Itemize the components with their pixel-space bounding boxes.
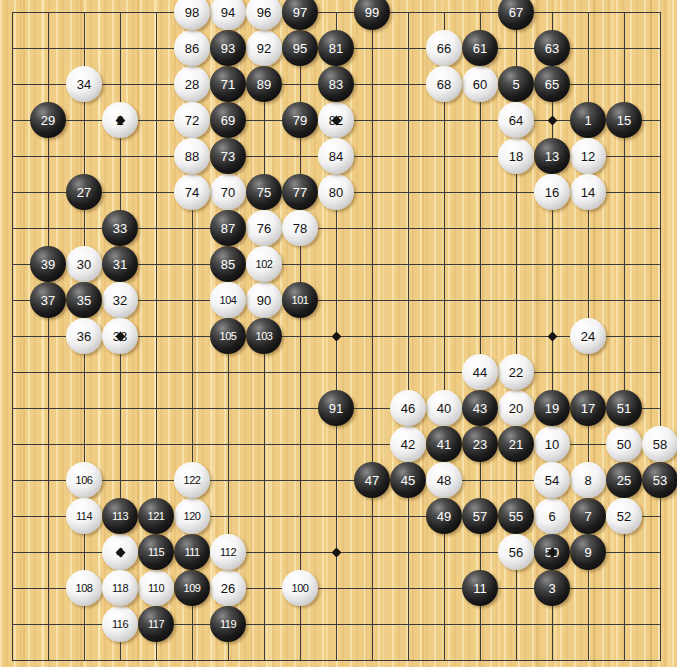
stone-move-105: 105 (210, 318, 246, 354)
stone-move-15: 15 (606, 102, 642, 138)
stone-move-69: 69 (210, 102, 246, 138)
stone-move-25: 25 (606, 462, 642, 498)
stone-move-5: 5 (498, 66, 534, 102)
stone-move-52: 52 (606, 498, 642, 534)
stone-move-93: 93 (210, 30, 246, 66)
stone-move-79: 79 (282, 102, 318, 138)
stone-move-73: 73 (210, 138, 246, 174)
stone-move-99: 99 (354, 0, 390, 30)
stone-move-16: 16 (534, 174, 570, 210)
stone-move-17: 17 (570, 390, 606, 426)
stone-move-18: 18 (498, 138, 534, 174)
stone-move-9: 9 (570, 534, 606, 570)
stone-move-44: 44 (462, 354, 498, 390)
stone-move-114: 114 (66, 498, 102, 534)
stone-move-90: 90 (246, 282, 282, 318)
stone-move-67: 67 (498, 0, 534, 30)
stone-move-46: 46 (390, 390, 426, 426)
stone-move-112: 112 (210, 534, 246, 570)
stone-move-100: 100 (282, 570, 318, 606)
stone-move-60: 60 (462, 66, 498, 102)
stone-move-101: 101 (282, 282, 318, 318)
stone-move-77: 77 (282, 174, 318, 210)
star-point (547, 115, 557, 125)
stone-move-113: 113 (102, 498, 138, 534)
stone-move-63: 63 (534, 30, 570, 66)
stone-move-118: 118 (102, 570, 138, 606)
stone-move-23: 23 (462, 426, 498, 462)
stone-move-20: 20 (498, 390, 534, 426)
stone-move-58: 58 (642, 426, 677, 462)
stone-move-66: 66 (426, 30, 462, 66)
stone-move-8: 8 (570, 462, 606, 498)
stone-move-53: 53 (642, 462, 677, 498)
stone-move-92: 92 (246, 30, 282, 66)
stone-move-22: 22 (498, 354, 534, 390)
stone-move-91: 91 (318, 390, 354, 426)
stone-move-33: 33 (102, 210, 138, 246)
stone-move-31: 31 (102, 246, 138, 282)
stone-move-12: 12 (570, 138, 606, 174)
stone-move-36: 36 (66, 318, 102, 354)
stone-move-89: 89 (246, 66, 282, 102)
stone-move-43: 43 (462, 390, 498, 426)
stone-move-72: 72 (174, 102, 210, 138)
stone-move-86: 86 (174, 30, 210, 66)
stone-move-32: 32 (102, 282, 138, 318)
stone-move-68: 68 (426, 66, 462, 102)
stone-move-48: 48 (426, 462, 462, 498)
stone-move-96: 96 (246, 0, 282, 30)
stone-move-7: 7 (570, 498, 606, 534)
stone-move-39: 39 (30, 246, 66, 282)
stone-move-34: 34 (66, 66, 102, 102)
stone-move-11: 11 (462, 570, 498, 606)
stone-move-121: 121 (138, 498, 174, 534)
stone-move-116: 116 (102, 606, 138, 642)
go-board: 1234567891011121314151617181920212223242… (0, 0, 677, 667)
stone-move-19: 19 (534, 390, 570, 426)
stone-move-110: 110 (138, 570, 174, 606)
stone-move-88: 88 (174, 138, 210, 174)
stone-move-57: 57 (462, 498, 498, 534)
stone-move-3: 3 (534, 570, 570, 606)
stone-move-54: 54 (534, 462, 570, 498)
stone-move-117: 117 (138, 606, 174, 642)
stone-move-94: 94 (210, 0, 246, 30)
stone-move-120: 120 (174, 498, 210, 534)
stone-move-78: 78 (282, 210, 318, 246)
stone-move-37: 37 (30, 282, 66, 318)
stone-move-97: 97 (282, 0, 318, 30)
stone-move-83: 83 (318, 66, 354, 102)
stone-move-24: 24 (570, 318, 606, 354)
stone-move-64: 64 (498, 102, 534, 138)
stone-move-103: 103 (246, 318, 282, 354)
stone-move-119: 119 (210, 606, 246, 642)
stone-move-115: 115 (138, 534, 174, 570)
stone-move-80: 80 (318, 174, 354, 210)
stone-move-56: 56 (498, 534, 534, 570)
stone-move-108: 108 (66, 570, 102, 606)
stone-move-21: 21 (498, 426, 534, 462)
stone-move-14: 14 (570, 174, 606, 210)
stone-move-122: 122 (174, 462, 210, 498)
stone-move-61: 61 (462, 30, 498, 66)
stone-move-51: 51 (606, 390, 642, 426)
stone-move-74: 74 (174, 174, 210, 210)
stone-move-10: 10 (534, 426, 570, 462)
stone-move-109: 109 (174, 570, 210, 606)
stone-move-104: 104 (210, 282, 246, 318)
stone-move-27: 27 (66, 174, 102, 210)
stone-move-102: 102 (246, 246, 282, 282)
stone-move-85: 85 (210, 246, 246, 282)
stone-move-71: 71 (210, 66, 246, 102)
stone-move-84: 84 (318, 138, 354, 174)
stone-move-111: 111 (174, 534, 210, 570)
stone-move-76: 76 (246, 210, 282, 246)
stone-move-28: 28 (174, 66, 210, 102)
stone-move-41: 41 (426, 426, 462, 462)
stone-move-45: 45 (390, 462, 426, 498)
stone-move-6: 6 (534, 498, 570, 534)
stone-move-40: 40 (426, 390, 462, 426)
stone-move-42: 42 (390, 426, 426, 462)
stone-move-1: 1 (570, 102, 606, 138)
stone-move-13: 13 (534, 138, 570, 174)
stone-move-98: 98 (174, 0, 210, 30)
stone-move-106: 106 (66, 462, 102, 498)
stone-move-47: 47 (354, 462, 390, 498)
go-kifu-diagram: 1234567891011121314151617181920212223242… (0, 0, 677, 667)
star-point (331, 547, 341, 557)
stone-move-65: 65 (534, 66, 570, 102)
stone-move-30: 30 (66, 246, 102, 282)
stone-move-49: 49 (426, 498, 462, 534)
stone-move-75: 75 (246, 174, 282, 210)
stone-move-29: 29 (30, 102, 66, 138)
stone-move-55: 55 (498, 498, 534, 534)
star-point (331, 331, 341, 341)
stone-move-35: 35 (66, 282, 102, 318)
star-point (547, 331, 557, 341)
stone-move-50: 50 (606, 426, 642, 462)
stone-move-81: 81 (318, 30, 354, 66)
stone-move-95: 95 (282, 30, 318, 66)
stone-move-87: 87 (210, 210, 246, 246)
stone-move-26: 26 (210, 570, 246, 606)
stone-move-70: 70 (210, 174, 246, 210)
